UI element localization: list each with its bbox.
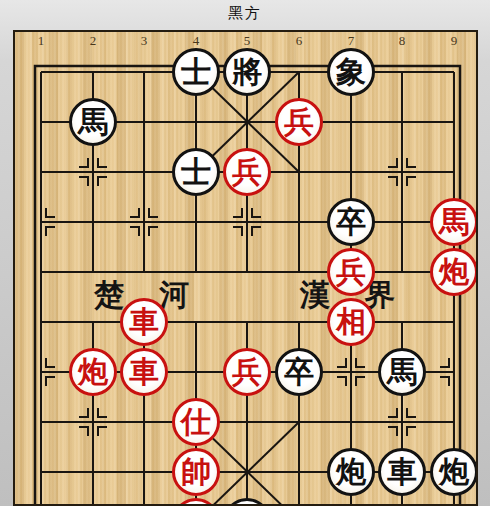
piece-black-士[interactable]: 士	[172, 48, 220, 96]
position-mark	[46, 377, 55, 386]
piece-red-炮[interactable]: 炮	[430, 248, 478, 296]
position-mark	[149, 227, 158, 236]
piece-red-馬[interactable]: 馬	[430, 198, 478, 246]
piece-black-炮[interactable]: 炮	[430, 448, 478, 496]
position-mark	[388, 427, 397, 436]
position-mark	[79, 177, 88, 186]
position-mark	[98, 158, 107, 167]
position-mark	[98, 177, 107, 186]
piece-red-仕[interactable]: 仕	[172, 398, 220, 446]
piece-black-馬[interactable]: 馬	[69, 98, 117, 146]
piece-black-卒[interactable]: 卒	[327, 198, 375, 246]
piece-black-車[interactable]: 車	[378, 448, 426, 496]
position-mark	[79, 427, 88, 436]
position-mark	[46, 208, 55, 217]
position-mark	[407, 427, 416, 436]
position-mark	[46, 227, 55, 236]
position-mark	[79, 158, 88, 167]
page: 黑方 123456789楚河漢界士將象馬士卒卒馬炮車炮卒兵兵馬兵炮車相炮車兵仕帥…	[0, 0, 490, 506]
position-mark	[440, 358, 449, 367]
position-mark	[130, 227, 139, 236]
position-mark	[440, 377, 449, 386]
piece-black-象[interactable]: 象	[327, 48, 375, 96]
piece-red-兵[interactable]: 兵	[223, 148, 271, 196]
position-mark	[407, 158, 416, 167]
piece-red-帥[interactable]: 帥	[172, 448, 220, 496]
column-number: 6	[296, 33, 303, 49]
column-number: 9	[451, 33, 458, 49]
piece-red-兵[interactable]: 兵	[223, 348, 271, 396]
column-number: 7	[348, 33, 355, 49]
position-mark	[337, 358, 346, 367]
column-number: 8	[399, 33, 406, 49]
piece-red-相[interactable]: 相	[327, 298, 375, 346]
position-mark	[149, 208, 158, 217]
position-mark	[98, 408, 107, 417]
piece-red-兵[interactable]: 兵	[327, 248, 375, 296]
column-number: 2	[90, 33, 97, 49]
position-mark	[252, 208, 261, 217]
position-mark	[388, 408, 397, 417]
side-label: 黑方	[0, 4, 490, 23]
position-mark	[388, 158, 397, 167]
position-mark	[407, 408, 416, 417]
position-mark	[79, 408, 88, 417]
position-mark	[130, 208, 139, 217]
column-number: 5	[244, 33, 251, 49]
column-number: 4	[193, 33, 200, 49]
piece-red-車[interactable]: 車	[120, 298, 168, 346]
piece-black-馬[interactable]: 馬	[378, 348, 426, 396]
piece-black-士[interactable]: 士	[172, 148, 220, 196]
piece-red-車[interactable]: 車	[120, 348, 168, 396]
piece-black-卒[interactable]: 卒	[275, 348, 323, 396]
column-number: 1	[38, 33, 45, 49]
piece-red-兵[interactable]: 兵	[275, 98, 323, 146]
position-mark	[337, 377, 346, 386]
position-mark	[388, 177, 397, 186]
river-label: 楚	[94, 275, 124, 316]
piece-black-炮[interactable]: 炮	[327, 448, 375, 496]
xiangqi-board: 123456789楚河漢界士將象馬士卒卒馬炮車炮卒兵兵馬兵炮車相炮車兵仕帥仕	[13, 30, 478, 506]
position-mark	[46, 358, 55, 367]
column-number: 3	[141, 33, 148, 49]
river-label: 漢	[300, 275, 330, 316]
position-mark	[356, 377, 365, 386]
position-mark	[98, 427, 107, 436]
position-mark	[233, 227, 242, 236]
position-mark	[233, 208, 242, 217]
piece-red-炮[interactable]: 炮	[69, 348, 117, 396]
position-mark	[356, 358, 365, 367]
position-mark	[407, 177, 416, 186]
piece-black-將[interactable]: 將	[223, 48, 271, 96]
position-mark	[252, 227, 261, 236]
